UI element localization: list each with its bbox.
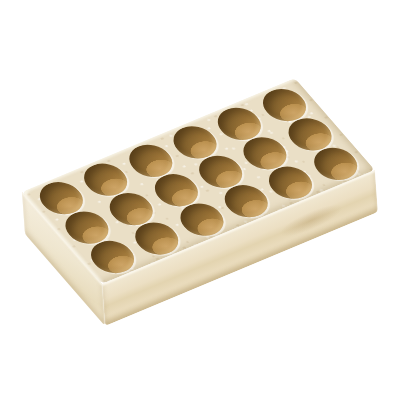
product-photo-scene bbox=[0, 0, 400, 400]
mancala-pit-board bbox=[0, 0, 400, 400]
